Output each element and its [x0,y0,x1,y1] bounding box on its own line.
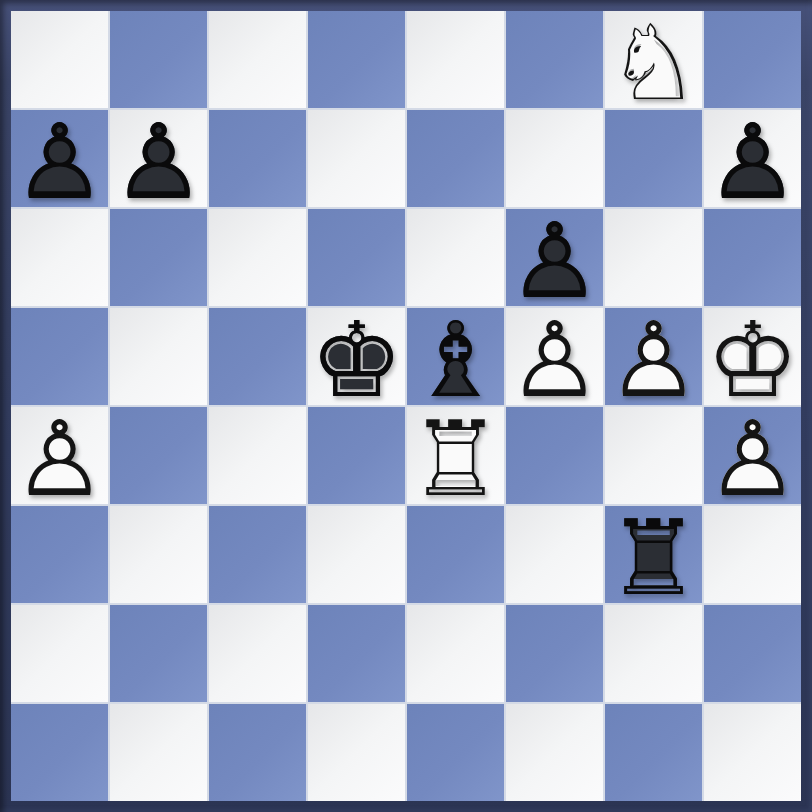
square-a2[interactable] [11,605,108,702]
white-king-outline-icon: ♔ [706,308,799,412]
square-b4[interactable] [110,407,207,504]
square-f1[interactable] [506,704,603,801]
square-c4[interactable] [209,407,306,504]
square-h7[interactable]: ♟♙ [704,110,801,207]
square-g5[interactable]: ♟♙ [605,308,702,405]
white-pawn-outline-icon: ♙ [607,308,700,412]
square-b2[interactable] [110,605,207,702]
piece-black-bishop[interactable]: ♝♗ [407,308,504,405]
square-g2[interactable] [605,605,702,702]
piece-black-pawn[interactable]: ♟♙ [110,110,207,207]
square-f7[interactable] [506,110,603,207]
piece-white-knight[interactable]: ♞♘ [605,11,702,108]
black-pawn-outline-icon: ♙ [706,110,799,214]
piece-black-pawn[interactable]: ♟♙ [506,209,603,306]
square-g1[interactable] [605,704,702,801]
square-h5[interactable]: ♚♔ [704,308,801,405]
square-c6[interactable] [209,209,306,306]
square-c7[interactable] [209,110,306,207]
square-e2[interactable] [407,605,504,702]
square-d6[interactable] [308,209,405,306]
square-b8[interactable] [110,11,207,108]
square-h6[interactable] [704,209,801,306]
square-a5[interactable] [11,308,108,405]
square-e1[interactable] [407,704,504,801]
square-g3[interactable]: ♜♖ [605,506,702,603]
square-e6[interactable] [407,209,504,306]
square-d3[interactable] [308,506,405,603]
square-b6[interactable] [110,209,207,306]
square-g6[interactable] [605,209,702,306]
square-e4[interactable]: ♜♖ [407,407,504,504]
piece-white-pawn[interactable]: ♟♙ [704,407,801,504]
square-h4[interactable]: ♟♙ [704,407,801,504]
white-pawn-outline-icon: ♙ [508,308,601,412]
square-d7[interactable] [308,110,405,207]
square-a4[interactable]: ♟♙ [11,407,108,504]
square-c5[interactable] [209,308,306,405]
square-b1[interactable] [110,704,207,801]
square-f5[interactable]: ♟♙ [506,308,603,405]
square-e3[interactable] [407,506,504,603]
square-e7[interactable] [407,110,504,207]
piece-white-pawn[interactable]: ♟♙ [11,407,108,504]
black-pawn-outline-icon: ♙ [13,110,106,214]
square-c1[interactable] [209,704,306,801]
square-d8[interactable] [308,11,405,108]
white-rook-outline-icon: ♖ [409,407,502,511]
square-f3[interactable] [506,506,603,603]
black-rook-outline-icon: ♖ [607,506,700,610]
black-pawn-outline-icon: ♙ [112,110,205,214]
square-e5[interactable]: ♝♗ [407,308,504,405]
square-d2[interactable] [308,605,405,702]
piece-black-king[interactable]: ♚♔ [308,308,405,405]
square-a6[interactable] [11,209,108,306]
square-a3[interactable] [11,506,108,603]
black-pawn-outline-icon: ♙ [508,209,601,313]
black-king-outline-icon: ♔ [310,308,403,412]
square-g8[interactable]: ♞♘ [605,11,702,108]
square-h3[interactable] [704,506,801,603]
board-frame: ♞♘♟♙♟♙♟♙♟♙♚♔♝♗♟♙♟♙♚♔♟♙♜♖♟♙♜♖ [0,0,812,812]
piece-black-rook[interactable]: ♜♖ [605,506,702,603]
square-b7[interactable]: ♟♙ [110,110,207,207]
square-d4[interactable] [308,407,405,504]
piece-white-pawn[interactable]: ♟♙ [506,308,603,405]
chess-board: ♞♘♟♙♟♙♟♙♟♙♚♔♝♗♟♙♟♙♚♔♟♙♜♖♟♙♜♖ [11,11,801,801]
square-e8[interactable] [407,11,504,108]
square-f6[interactable]: ♟♙ [506,209,603,306]
square-c8[interactable] [209,11,306,108]
square-a7[interactable]: ♟♙ [11,110,108,207]
piece-black-pawn[interactable]: ♟♙ [704,110,801,207]
piece-black-pawn[interactable]: ♟♙ [11,110,108,207]
square-a1[interactable] [11,704,108,801]
square-h2[interactable] [704,605,801,702]
piece-white-rook[interactable]: ♜♖ [407,407,504,504]
square-f8[interactable] [506,11,603,108]
square-a8[interactable] [11,11,108,108]
square-d1[interactable] [308,704,405,801]
square-g4[interactable] [605,407,702,504]
black-bishop-outline-icon: ♗ [409,308,502,412]
square-h8[interactable] [704,11,801,108]
white-pawn-outline-icon: ♙ [706,407,799,511]
square-f4[interactable] [506,407,603,504]
white-knight-outline-icon: ♘ [607,11,700,115]
square-b3[interactable] [110,506,207,603]
piece-white-king[interactable]: ♚♔ [704,308,801,405]
square-d5[interactable]: ♚♔ [308,308,405,405]
square-g7[interactable] [605,110,702,207]
square-c3[interactable] [209,506,306,603]
square-f2[interactable] [506,605,603,702]
square-h1[interactable] [704,704,801,801]
piece-white-pawn[interactable]: ♟♙ [605,308,702,405]
square-c2[interactable] [209,605,306,702]
white-pawn-outline-icon: ♙ [13,407,106,511]
square-b5[interactable] [110,308,207,405]
